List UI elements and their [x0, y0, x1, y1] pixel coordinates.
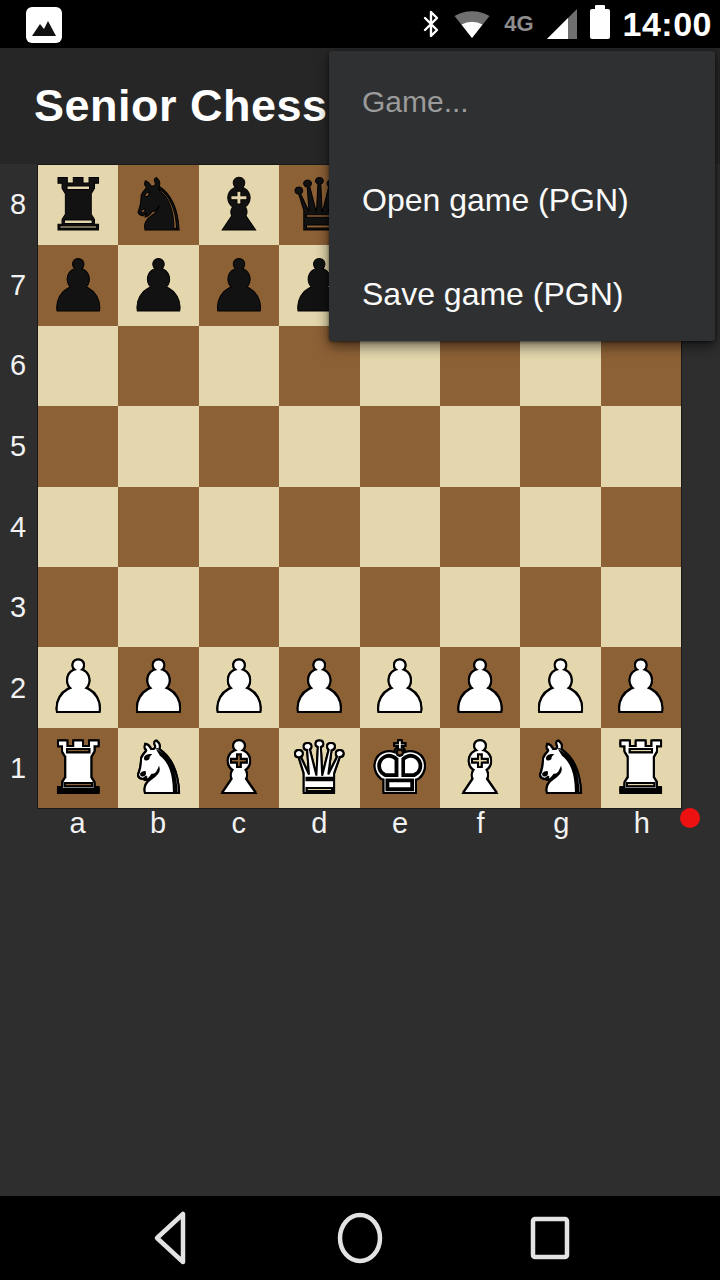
square-e5[interactable]: [360, 406, 440, 486]
file-label-h: h: [601, 806, 682, 840]
square-d1[interactable]: ♛: [279, 728, 359, 808]
white-knight: ♞: [126, 732, 191, 804]
square-e2[interactable]: ♟: [360, 647, 440, 727]
white-pawn: ♟: [609, 651, 674, 723]
square-f1[interactable]: ♝: [440, 728, 520, 808]
mountain-glyph: [29, 13, 59, 43]
square-c4[interactable]: [199, 487, 279, 567]
wifi-icon: [453, 9, 491, 39]
file-label-f: f: [440, 806, 521, 840]
square-b1[interactable]: ♞: [118, 728, 198, 808]
file-label-c: c: [198, 806, 279, 840]
square-g4[interactable]: [520, 487, 600, 567]
square-h1[interactable]: ♜: [601, 728, 681, 808]
square-f5[interactable]: [440, 406, 520, 486]
square-e1[interactable]: ♚: [360, 728, 440, 808]
square-e3[interactable]: [360, 567, 440, 647]
back-icon: [152, 1210, 188, 1266]
bluetooth-icon: [422, 9, 440, 39]
rank-label-6: 6: [0, 325, 36, 406]
status-bar: 4G 14:00: [0, 0, 720, 48]
white-pawn: ♟: [126, 651, 191, 723]
menu-item-open-game[interactable]: Open game (PGN): [329, 153, 715, 247]
file-label-b: b: [118, 806, 199, 840]
file-label-a: a: [37, 806, 118, 840]
rank-label-7: 7: [0, 245, 36, 326]
battery-icon: [590, 9, 610, 39]
back-button[interactable]: [140, 1208, 200, 1268]
white-pawn: ♟: [207, 651, 272, 723]
gallery-notification-icon: [26, 7, 62, 43]
square-g1[interactable]: ♞: [520, 728, 600, 808]
status-right-icons: 4G 14:00: [422, 0, 712, 48]
white-pawn: ♟: [528, 651, 593, 723]
black-pawn: ♟: [46, 250, 111, 322]
menu-item-save-game[interactable]: Save game (PGN): [329, 247, 715, 341]
white-queen: ♛: [287, 732, 352, 804]
white-pawn: ♟: [46, 651, 111, 723]
square-b6[interactable]: [118, 326, 198, 406]
square-a4[interactable]: [38, 487, 118, 567]
rank-label-8: 8: [0, 164, 36, 245]
square-c1[interactable]: ♝: [199, 728, 279, 808]
square-h4[interactable]: [601, 487, 681, 567]
recents-button[interactable]: [520, 1208, 580, 1268]
square-a6[interactable]: [38, 326, 118, 406]
rank-label-3: 3: [0, 567, 36, 648]
file-label-g: g: [521, 806, 602, 840]
square-a2[interactable]: ♟: [38, 647, 118, 727]
file-label-d: d: [279, 806, 360, 840]
file-label-e: e: [360, 806, 441, 840]
white-pawn: ♟: [367, 651, 432, 723]
square-b2[interactable]: ♟: [118, 647, 198, 727]
white-rook: ♜: [46, 732, 111, 804]
square-h3[interactable]: [601, 567, 681, 647]
black-rook: ♜: [46, 169, 111, 241]
cell-signal-icon: [547, 9, 577, 39]
game-menu-popup: Game... Open game (PGN) Save game (PGN): [329, 51, 715, 341]
status-left-icons: [26, 7, 62, 43]
rank-label-2: 2: [0, 648, 36, 729]
square-a1[interactable]: ♜: [38, 728, 118, 808]
recents-icon: [528, 1214, 572, 1262]
rank-label-5: 5: [0, 406, 36, 487]
square-e4[interactable]: [360, 487, 440, 567]
square-a5[interactable]: [38, 406, 118, 486]
square-b8[interactable]: ♞: [118, 165, 198, 245]
square-h5[interactable]: [601, 406, 681, 486]
square-g2[interactable]: ♟: [520, 647, 600, 727]
white-pawn: ♟: [287, 651, 352, 723]
white-bishop: ♝: [448, 732, 513, 804]
square-a8[interactable]: ♜: [38, 165, 118, 245]
square-d4[interactable]: [279, 487, 359, 567]
square-c6[interactable]: [199, 326, 279, 406]
white-pawn: ♟: [448, 651, 513, 723]
square-c2[interactable]: ♟: [199, 647, 279, 727]
rank-label-1: 1: [0, 728, 36, 809]
navigation-bar: [0, 1196, 720, 1280]
square-g5[interactable]: [520, 406, 600, 486]
status-clock: 14:00: [623, 5, 712, 44]
square-d5[interactable]: [279, 406, 359, 486]
square-a7[interactable]: ♟: [38, 245, 118, 325]
square-a3[interactable]: [38, 567, 118, 647]
black-knight: ♞: [126, 169, 191, 241]
white-king: ♚: [367, 732, 432, 804]
menu-header: Game...: [329, 51, 715, 153]
white-rook: ♜: [609, 732, 674, 804]
square-c3[interactable]: [199, 567, 279, 647]
app-screen: 4G 14:00 Senior Chess ♜♞♝♛♚♝♞♜♟♟♟♟♟♟♟♟♟♟…: [0, 0, 720, 1280]
rank-label-4: 4: [0, 487, 36, 568]
black-pawn: ♟: [126, 250, 191, 322]
black-pawn: ♟: [207, 250, 272, 322]
square-c8[interactable]: ♝: [199, 165, 279, 245]
square-d2[interactable]: ♟: [279, 647, 359, 727]
white-knight: ♞: [528, 732, 593, 804]
square-b7[interactable]: ♟: [118, 245, 198, 325]
white-bishop: ♝: [207, 732, 272, 804]
square-b3[interactable]: [118, 567, 198, 647]
square-f4[interactable]: [440, 487, 520, 567]
app-title: Senior Chess: [34, 80, 328, 132]
square-f2[interactable]: ♟: [440, 647, 520, 727]
square-b4[interactable]: [118, 487, 198, 567]
square-c7[interactable]: ♟: [199, 245, 279, 325]
home-button[interactable]: [330, 1208, 390, 1268]
square-c5[interactable]: [199, 406, 279, 486]
network-type-label: 4G: [504, 11, 533, 37]
square-b5[interactable]: [118, 406, 198, 486]
engine-move-indicator: [680, 808, 700, 828]
square-h2[interactable]: ♟: [601, 647, 681, 727]
square-g3[interactable]: [520, 567, 600, 647]
home-icon: [336, 1211, 384, 1265]
black-bishop: ♝: [207, 169, 272, 241]
square-f3[interactable]: [440, 567, 520, 647]
square-d3[interactable]: [279, 567, 359, 647]
